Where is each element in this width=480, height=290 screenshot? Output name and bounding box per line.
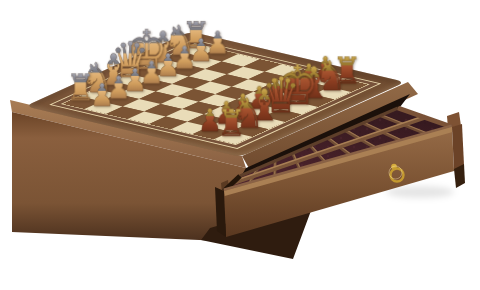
drawer-end-cap [452, 124, 464, 171]
ground-shadow [386, 186, 454, 198]
chess-set-photo: ♟ ♜♟♟♜♞♟♟♞♝♟♟♝♚♟♟♚♛♟♟♛♝♟♟♝♞♟♟♞♜♟♟♜ [0, 0, 480, 290]
piece-bR-a8[interactable]: ♜ [217, 105, 246, 142]
piece-wP-a2[interactable]: ♟ [90, 80, 114, 111]
